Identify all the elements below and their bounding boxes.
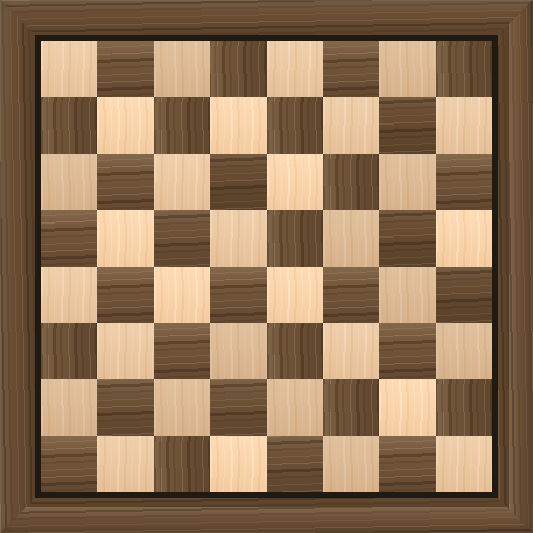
square-a8[interactable] — [41, 41, 97, 97]
square-h2[interactable] — [436, 379, 492, 435]
square-e5[interactable] — [267, 210, 323, 266]
square-g7[interactable] — [379, 97, 435, 153]
square-e3[interactable] — [267, 323, 323, 379]
square-g2[interactable] — [379, 379, 435, 435]
square-d3[interactable] — [210, 323, 266, 379]
board-grid — [41, 41, 492, 492]
square-e1[interactable] — [267, 436, 323, 492]
square-b6[interactable] — [97, 154, 153, 210]
square-d2[interactable] — [210, 379, 266, 435]
square-h8[interactable] — [436, 41, 492, 97]
screenshot — [0, 0, 533, 533]
square-c3[interactable] — [154, 323, 210, 379]
square-e8[interactable] — [267, 41, 323, 97]
square-a6[interactable] — [41, 154, 97, 210]
board-frame-top — [0, 0, 533, 35]
square-f4[interactable] — [323, 267, 379, 323]
square-d8[interactable] — [210, 41, 266, 97]
square-b8[interactable] — [97, 41, 153, 97]
square-d7[interactable] — [210, 97, 266, 153]
square-a2[interactable] — [41, 379, 97, 435]
square-f3[interactable] — [323, 323, 379, 379]
square-e6[interactable] — [267, 154, 323, 210]
square-c8[interactable] — [154, 41, 210, 97]
square-b5[interactable] — [97, 210, 153, 266]
square-g3[interactable] — [379, 323, 435, 379]
square-g8[interactable] — [379, 41, 435, 97]
square-h3[interactable] — [436, 323, 492, 379]
square-b1[interactable] — [97, 436, 153, 492]
square-e4[interactable] — [267, 267, 323, 323]
square-f7[interactable] — [323, 97, 379, 153]
square-a7[interactable] — [41, 97, 97, 153]
board-frame-right — [498, 0, 533, 533]
square-c1[interactable] — [154, 436, 210, 492]
square-h4[interactable] — [436, 267, 492, 323]
square-h6[interactable] — [436, 154, 492, 210]
board-frame-bottom — [0, 498, 533, 533]
square-g5[interactable] — [379, 210, 435, 266]
square-d6[interactable] — [210, 154, 266, 210]
square-g6[interactable] — [379, 154, 435, 210]
square-g4[interactable] — [379, 267, 435, 323]
square-a4[interactable] — [41, 267, 97, 323]
square-b3[interactable] — [97, 323, 153, 379]
square-d5[interactable] — [210, 210, 266, 266]
square-h5[interactable] — [436, 210, 492, 266]
square-f2[interactable] — [323, 379, 379, 435]
square-c7[interactable] — [154, 97, 210, 153]
square-h1[interactable] — [436, 436, 492, 492]
square-c6[interactable] — [154, 154, 210, 210]
square-g1[interactable] — [379, 436, 435, 492]
square-b4[interactable] — [97, 267, 153, 323]
square-f5[interactable] — [323, 210, 379, 266]
square-e7[interactable] — [267, 97, 323, 153]
square-h7[interactable] — [436, 97, 492, 153]
board-frame-left — [0, 0, 35, 533]
square-d4[interactable] — [210, 267, 266, 323]
square-a1[interactable] — [41, 436, 97, 492]
inner-border — [35, 35, 498, 498]
square-c2[interactable] — [154, 379, 210, 435]
square-c5[interactable] — [154, 210, 210, 266]
square-f6[interactable] — [323, 154, 379, 210]
square-a5[interactable] — [41, 210, 97, 266]
square-d1[interactable] — [210, 436, 266, 492]
chess-board — [0, 0, 533, 533]
square-f1[interactable] — [323, 436, 379, 492]
square-c4[interactable] — [154, 267, 210, 323]
square-a3[interactable] — [41, 323, 97, 379]
square-b7[interactable] — [97, 97, 153, 153]
square-f8[interactable] — [323, 41, 379, 97]
square-e2[interactable] — [267, 379, 323, 435]
square-b2[interactable] — [97, 379, 153, 435]
